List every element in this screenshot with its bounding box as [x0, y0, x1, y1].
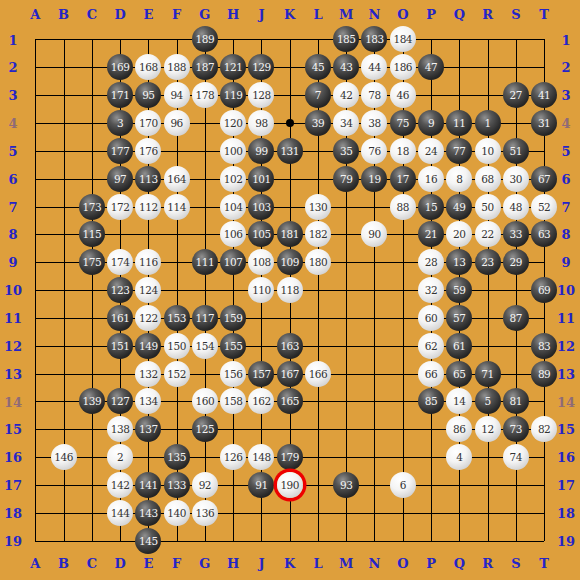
intersection-A10[interactable] — [21, 276, 49, 304]
intersection-K2[interactable] — [276, 53, 304, 81]
intersection-F17[interactable]: 133 — [162, 471, 190, 499]
intersection-A17[interactable] — [21, 471, 49, 499]
intersection-T2[interactable] — [530, 53, 558, 81]
intersection-F10[interactable] — [162, 276, 190, 304]
intersection-T13[interactable]: 89 — [530, 360, 558, 388]
intersection-O19[interactable] — [389, 527, 417, 555]
intersection-G19[interactable] — [191, 527, 219, 555]
intersection-Q7[interactable]: 49 — [445, 193, 473, 221]
intersection-Q15[interactable]: 86 — [445, 415, 473, 443]
intersection-K15[interactable] — [276, 415, 304, 443]
intersection-L11[interactable] — [304, 304, 332, 332]
intersection-C13[interactable] — [78, 360, 106, 388]
intersection-D5[interactable]: 177 — [106, 137, 134, 165]
intersection-E5[interactable]: 176 — [134, 137, 162, 165]
intersection-O7[interactable]: 88 — [389, 193, 417, 221]
intersection-A4[interactable] — [21, 109, 49, 137]
intersection-H15[interactable] — [219, 415, 247, 443]
intersection-R18[interactable] — [473, 499, 501, 527]
intersection-F8[interactable] — [162, 220, 190, 248]
intersection-R4[interactable]: 1 — [473, 109, 501, 137]
intersection-P18[interactable] — [417, 499, 445, 527]
intersection-A19[interactable] — [21, 527, 49, 555]
intersection-D11[interactable]: 161 — [106, 304, 134, 332]
intersection-G13[interactable] — [191, 360, 219, 388]
intersection-S8[interactable]: 33 — [502, 220, 530, 248]
intersection-F19[interactable] — [162, 527, 190, 555]
intersection-L15[interactable] — [304, 415, 332, 443]
intersection-N3[interactable]: 78 — [360, 81, 388, 109]
intersection-Q5[interactable]: 77 — [445, 137, 473, 165]
intersection-C3[interactable] — [78, 81, 106, 109]
intersection-L8[interactable]: 182 — [304, 220, 332, 248]
intersection-H14[interactable]: 158 — [219, 388, 247, 416]
intersection-R1[interactable] — [473, 26, 501, 54]
intersection-L2[interactable]: 45 — [304, 53, 332, 81]
intersection-L16[interactable] — [304, 443, 332, 471]
intersection-A16[interactable] — [21, 443, 49, 471]
intersection-M4[interactable]: 34 — [332, 109, 360, 137]
intersection-P19[interactable] — [417, 527, 445, 555]
intersection-J9[interactable]: 108 — [247, 248, 275, 276]
intersection-C10[interactable] — [78, 276, 106, 304]
intersection-E6[interactable]: 113 — [134, 165, 162, 193]
intersection-D13[interactable] — [106, 360, 134, 388]
intersection-T3[interactable]: 41 — [530, 81, 558, 109]
intersection-O3[interactable]: 46 — [389, 81, 417, 109]
intersection-E1[interactable] — [134, 26, 162, 54]
intersection-F12[interactable]: 150 — [162, 332, 190, 360]
intersection-R14[interactable]: 5 — [473, 388, 501, 416]
intersection-R16[interactable] — [473, 443, 501, 471]
intersection-L13[interactable]: 166 — [304, 360, 332, 388]
intersection-P15[interactable] — [417, 415, 445, 443]
intersection-B2[interactable] — [49, 53, 77, 81]
intersection-F2[interactable]: 188 — [162, 53, 190, 81]
intersection-T14[interactable] — [530, 388, 558, 416]
intersection-D4[interactable]: 3 — [106, 109, 134, 137]
intersection-M1[interactable]: 185 — [332, 26, 360, 54]
intersection-N9[interactable] — [360, 248, 388, 276]
intersection-N18[interactable] — [360, 499, 388, 527]
intersection-A13[interactable] — [21, 360, 49, 388]
intersection-T15[interactable]: 82 — [530, 415, 558, 443]
intersection-C2[interactable] — [78, 53, 106, 81]
intersection-B13[interactable] — [49, 360, 77, 388]
intersection-B11[interactable] — [49, 304, 77, 332]
intersection-K7[interactable] — [276, 193, 304, 221]
intersection-D3[interactable]: 171 — [106, 81, 134, 109]
intersection-P6[interactable]: 16 — [417, 165, 445, 193]
intersection-Q2[interactable] — [445, 53, 473, 81]
intersection-G18[interactable]: 136 — [191, 499, 219, 527]
intersection-E9[interactable]: 116 — [134, 248, 162, 276]
intersection-H10[interactable] — [219, 276, 247, 304]
intersection-R10[interactable] — [473, 276, 501, 304]
intersection-A5[interactable] — [21, 137, 49, 165]
intersection-O17[interactable]: 6 — [389, 471, 417, 499]
intersection-E10[interactable]: 124 — [134, 276, 162, 304]
intersection-H18[interactable] — [219, 499, 247, 527]
intersection-T16[interactable] — [530, 443, 558, 471]
intersection-O13[interactable] — [389, 360, 417, 388]
intersection-F4[interactable]: 96 — [162, 109, 190, 137]
intersection-O14[interactable] — [389, 388, 417, 416]
intersection-B7[interactable] — [49, 193, 77, 221]
intersection-Q3[interactable] — [445, 81, 473, 109]
intersection-K12[interactable]: 163 — [276, 332, 304, 360]
intersection-H8[interactable]: 106 — [219, 220, 247, 248]
intersection-C6[interactable] — [78, 165, 106, 193]
intersection-K3[interactable] — [276, 81, 304, 109]
intersection-S6[interactable]: 30 — [502, 165, 530, 193]
intersection-H12[interactable]: 155 — [219, 332, 247, 360]
intersection-C4[interactable] — [78, 109, 106, 137]
intersection-Q11[interactable]: 57 — [445, 304, 473, 332]
intersection-A8[interactable] — [21, 220, 49, 248]
intersection-K14[interactable]: 165 — [276, 388, 304, 416]
intersection-N15[interactable] — [360, 415, 388, 443]
intersection-K10[interactable]: 118 — [276, 276, 304, 304]
intersection-F6[interactable]: 164 — [162, 165, 190, 193]
intersection-K8[interactable]: 181 — [276, 220, 304, 248]
intersection-J19[interactable] — [247, 527, 275, 555]
intersection-T12[interactable]: 83 — [530, 332, 558, 360]
intersection-B3[interactable] — [49, 81, 77, 109]
intersection-S15[interactable]: 73 — [502, 415, 530, 443]
intersection-R8[interactable]: 22 — [473, 220, 501, 248]
intersection-F14[interactable] — [162, 388, 190, 416]
intersection-L1[interactable] — [304, 26, 332, 54]
intersection-G17[interactable]: 92 — [191, 471, 219, 499]
intersection-N4[interactable]: 38 — [360, 109, 388, 137]
intersection-G5[interactable] — [191, 137, 219, 165]
intersection-E19[interactable]: 145 — [134, 527, 162, 555]
intersection-K18[interactable] — [276, 499, 304, 527]
intersection-D15[interactable]: 138 — [106, 415, 134, 443]
intersection-O12[interactable] — [389, 332, 417, 360]
intersection-E11[interactable]: 122 — [134, 304, 162, 332]
intersection-T8[interactable]: 63 — [530, 220, 558, 248]
intersection-P14[interactable]: 85 — [417, 388, 445, 416]
intersection-C11[interactable] — [78, 304, 106, 332]
intersection-G6[interactable] — [191, 165, 219, 193]
intersection-R12[interactable] — [473, 332, 501, 360]
intersection-N19[interactable] — [360, 527, 388, 555]
intersection-E7[interactable]: 112 — [134, 193, 162, 221]
intersection-C16[interactable] — [78, 443, 106, 471]
intersection-L10[interactable] — [304, 276, 332, 304]
intersection-R17[interactable] — [473, 471, 501, 499]
intersection-G7[interactable] — [191, 193, 219, 221]
intersection-N6[interactable]: 19 — [360, 165, 388, 193]
intersection-A7[interactable] — [21, 193, 49, 221]
intersection-S12[interactable] — [502, 332, 530, 360]
intersection-F15[interactable] — [162, 415, 190, 443]
intersection-J15[interactable] — [247, 415, 275, 443]
intersection-E12[interactable]: 149 — [134, 332, 162, 360]
intersection-C7[interactable]: 173 — [78, 193, 106, 221]
intersection-T11[interactable] — [530, 304, 558, 332]
intersection-M9[interactable] — [332, 248, 360, 276]
intersection-H13[interactable]: 156 — [219, 360, 247, 388]
intersection-B8[interactable] — [49, 220, 77, 248]
intersection-P8[interactable]: 21 — [417, 220, 445, 248]
intersection-G3[interactable]: 178 — [191, 81, 219, 109]
intersection-N11[interactable] — [360, 304, 388, 332]
intersection-B12[interactable] — [49, 332, 77, 360]
intersection-B16[interactable]: 146 — [49, 443, 77, 471]
intersection-D6[interactable]: 97 — [106, 165, 134, 193]
intersection-S7[interactable]: 48 — [502, 193, 530, 221]
intersection-S16[interactable]: 74 — [502, 443, 530, 471]
intersection-D14[interactable]: 127 — [106, 388, 134, 416]
intersection-R19[interactable] — [473, 527, 501, 555]
intersection-N8[interactable]: 90 — [360, 220, 388, 248]
intersection-Q9[interactable]: 13 — [445, 248, 473, 276]
intersection-M13[interactable] — [332, 360, 360, 388]
intersection-C19[interactable] — [78, 527, 106, 555]
intersection-K19[interactable] — [276, 527, 304, 555]
intersection-D8[interactable] — [106, 220, 134, 248]
intersection-P1[interactable] — [417, 26, 445, 54]
intersection-E18[interactable]: 143 — [134, 499, 162, 527]
intersection-G4[interactable] — [191, 109, 219, 137]
intersection-S4[interactable] — [502, 109, 530, 137]
intersection-A11[interactable] — [21, 304, 49, 332]
intersection-C1[interactable] — [78, 26, 106, 54]
intersection-C17[interactable] — [78, 471, 106, 499]
intersection-O10[interactable] — [389, 276, 417, 304]
intersection-A14[interactable] — [21, 388, 49, 416]
intersection-T5[interactable] — [530, 137, 558, 165]
intersection-J5[interactable]: 99 — [247, 137, 275, 165]
intersection-B9[interactable] — [49, 248, 77, 276]
intersection-P5[interactable]: 24 — [417, 137, 445, 165]
intersection-C5[interactable] — [78, 137, 106, 165]
intersection-F11[interactable]: 153 — [162, 304, 190, 332]
intersection-G8[interactable] — [191, 220, 219, 248]
intersection-R9[interactable]: 23 — [473, 248, 501, 276]
intersection-Q8[interactable]: 20 — [445, 220, 473, 248]
intersection-C15[interactable] — [78, 415, 106, 443]
intersection-Q14[interactable]: 14 — [445, 388, 473, 416]
intersection-N7[interactable] — [360, 193, 388, 221]
intersection-O15[interactable] — [389, 415, 417, 443]
intersection-F16[interactable]: 135 — [162, 443, 190, 471]
intersection-H3[interactable]: 119 — [219, 81, 247, 109]
intersection-M7[interactable] — [332, 193, 360, 221]
intersection-L6[interactable] — [304, 165, 332, 193]
intersection-P7[interactable]: 15 — [417, 193, 445, 221]
intersection-E15[interactable]: 137 — [134, 415, 162, 443]
intersection-H19[interactable] — [219, 527, 247, 555]
intersection-L4[interactable]: 39 — [304, 109, 332, 137]
intersection-B19[interactable] — [49, 527, 77, 555]
intersection-M14[interactable] — [332, 388, 360, 416]
intersection-M6[interactable]: 79 — [332, 165, 360, 193]
intersection-T19[interactable] — [530, 527, 558, 555]
intersection-K11[interactable] — [276, 304, 304, 332]
intersection-F3[interactable]: 94 — [162, 81, 190, 109]
intersection-H5[interactable]: 100 — [219, 137, 247, 165]
intersection-S18[interactable] — [502, 499, 530, 527]
intersection-G16[interactable] — [191, 443, 219, 471]
intersection-P2[interactable]: 47 — [417, 53, 445, 81]
intersection-J6[interactable]: 101 — [247, 165, 275, 193]
intersection-A2[interactable] — [21, 53, 49, 81]
intersection-O1[interactable]: 184 — [389, 26, 417, 54]
intersection-M11[interactable] — [332, 304, 360, 332]
intersection-M2[interactable]: 43 — [332, 53, 360, 81]
intersection-T10[interactable]: 69 — [530, 276, 558, 304]
intersection-H7[interactable]: 104 — [219, 193, 247, 221]
intersection-P13[interactable]: 66 — [417, 360, 445, 388]
intersection-S1[interactable] — [502, 26, 530, 54]
intersection-J3[interactable]: 128 — [247, 81, 275, 109]
intersection-L9[interactable]: 180 — [304, 248, 332, 276]
intersection-G15[interactable]: 125 — [191, 415, 219, 443]
intersection-S17[interactable] — [502, 471, 530, 499]
intersection-M17[interactable]: 93 — [332, 471, 360, 499]
intersection-T18[interactable] — [530, 499, 558, 527]
intersection-O6[interactable]: 17 — [389, 165, 417, 193]
intersection-G12[interactable]: 154 — [191, 332, 219, 360]
intersection-R6[interactable]: 68 — [473, 165, 501, 193]
intersection-J17[interactable]: 91 — [247, 471, 275, 499]
intersection-M18[interactable] — [332, 499, 360, 527]
intersection-B6[interactable] — [49, 165, 77, 193]
intersection-P3[interactable] — [417, 81, 445, 109]
intersection-O11[interactable] — [389, 304, 417, 332]
intersection-T6[interactable]: 67 — [530, 165, 558, 193]
intersection-S2[interactable] — [502, 53, 530, 81]
intersection-F5[interactable] — [162, 137, 190, 165]
intersection-M5[interactable]: 35 — [332, 137, 360, 165]
intersection-R5[interactable]: 10 — [473, 137, 501, 165]
intersection-B10[interactable] — [49, 276, 77, 304]
intersection-C12[interactable] — [78, 332, 106, 360]
intersection-D9[interactable]: 174 — [106, 248, 134, 276]
intersection-K6[interactable] — [276, 165, 304, 193]
intersection-C8[interactable]: 115 — [78, 220, 106, 248]
intersection-L3[interactable]: 7 — [304, 81, 332, 109]
intersection-B1[interactable] — [49, 26, 77, 54]
intersection-B4[interactable] — [49, 109, 77, 137]
intersection-R15[interactable]: 12 — [473, 415, 501, 443]
intersection-L17[interactable] — [304, 471, 332, 499]
intersection-M16[interactable] — [332, 443, 360, 471]
intersection-D12[interactable]: 151 — [106, 332, 134, 360]
intersection-A12[interactable] — [21, 332, 49, 360]
intersection-N1[interactable]: 183 — [360, 26, 388, 54]
intersection-D17[interactable]: 142 — [106, 471, 134, 499]
intersection-S5[interactable]: 51 — [502, 137, 530, 165]
intersection-N13[interactable] — [360, 360, 388, 388]
intersection-T4[interactable]: 31 — [530, 109, 558, 137]
intersection-F13[interactable]: 152 — [162, 360, 190, 388]
intersection-H2[interactable]: 121 — [219, 53, 247, 81]
intersection-B18[interactable] — [49, 499, 77, 527]
intersection-D18[interactable]: 144 — [106, 499, 134, 527]
intersection-M15[interactable] — [332, 415, 360, 443]
intersection-N12[interactable] — [360, 332, 388, 360]
intersection-B15[interactable] — [49, 415, 77, 443]
intersection-S9[interactable]: 29 — [502, 248, 530, 276]
intersection-T9[interactable] — [530, 248, 558, 276]
intersection-K5[interactable]: 131 — [276, 137, 304, 165]
intersection-J1[interactable] — [247, 26, 275, 54]
intersection-Q19[interactable] — [445, 527, 473, 555]
intersection-Q18[interactable] — [445, 499, 473, 527]
intersection-G1[interactable]: 189 — [191, 26, 219, 54]
intersection-E14[interactable]: 134 — [134, 388, 162, 416]
intersection-A18[interactable] — [21, 499, 49, 527]
intersection-A3[interactable] — [21, 81, 49, 109]
intersection-F18[interactable]: 140 — [162, 499, 190, 527]
intersection-P9[interactable]: 28 — [417, 248, 445, 276]
intersection-M3[interactable]: 42 — [332, 81, 360, 109]
intersection-Q1[interactable] — [445, 26, 473, 54]
intersection-J2[interactable]: 129 — [247, 53, 275, 81]
intersection-J8[interactable]: 105 — [247, 220, 275, 248]
intersection-Q12[interactable]: 61 — [445, 332, 473, 360]
intersection-M19[interactable] — [332, 527, 360, 555]
intersection-E16[interactable] — [134, 443, 162, 471]
intersection-O8[interactable] — [389, 220, 417, 248]
intersection-H9[interactable]: 107 — [219, 248, 247, 276]
intersection-Q6[interactable]: 8 — [445, 165, 473, 193]
intersection-O4[interactable]: 75 — [389, 109, 417, 137]
intersection-C9[interactable]: 175 — [78, 248, 106, 276]
intersection-B5[interactable] — [49, 137, 77, 165]
intersection-S11[interactable]: 87 — [502, 304, 530, 332]
intersection-T1[interactable] — [530, 26, 558, 54]
intersection-S13[interactable] — [502, 360, 530, 388]
intersection-S10[interactable] — [502, 276, 530, 304]
intersection-J10[interactable]: 110 — [247, 276, 275, 304]
intersection-N2[interactable]: 44 — [360, 53, 388, 81]
intersection-G14[interactable]: 160 — [191, 388, 219, 416]
intersection-N5[interactable]: 76 — [360, 137, 388, 165]
intersection-P16[interactable] — [417, 443, 445, 471]
intersection-D2[interactable]: 169 — [106, 53, 134, 81]
intersection-R13[interactable]: 71 — [473, 360, 501, 388]
intersection-C14[interactable]: 139 — [78, 388, 106, 416]
intersection-J13[interactable]: 157 — [247, 360, 275, 388]
intersection-H17[interactable] — [219, 471, 247, 499]
intersection-D7[interactable]: 172 — [106, 193, 134, 221]
intersection-K4[interactable] — [276, 109, 304, 137]
intersection-K9[interactable]: 109 — [276, 248, 304, 276]
intersection-R11[interactable] — [473, 304, 501, 332]
intersection-J16[interactable]: 148 — [247, 443, 275, 471]
intersection-B14[interactable] — [49, 388, 77, 416]
intersection-R7[interactable]: 50 — [473, 193, 501, 221]
intersection-Q17[interactable] — [445, 471, 473, 499]
intersection-E8[interactable] — [134, 220, 162, 248]
intersection-Q13[interactable]: 65 — [445, 360, 473, 388]
intersection-D1[interactable] — [106, 26, 134, 54]
intersection-D19[interactable] — [106, 527, 134, 555]
intersection-F1[interactable] — [162, 26, 190, 54]
intersection-O16[interactable] — [389, 443, 417, 471]
intersection-P4[interactable]: 9 — [417, 109, 445, 137]
intersection-P11[interactable]: 60 — [417, 304, 445, 332]
intersection-A15[interactable] — [21, 415, 49, 443]
intersection-J11[interactable] — [247, 304, 275, 332]
intersection-D10[interactable]: 123 — [106, 276, 134, 304]
